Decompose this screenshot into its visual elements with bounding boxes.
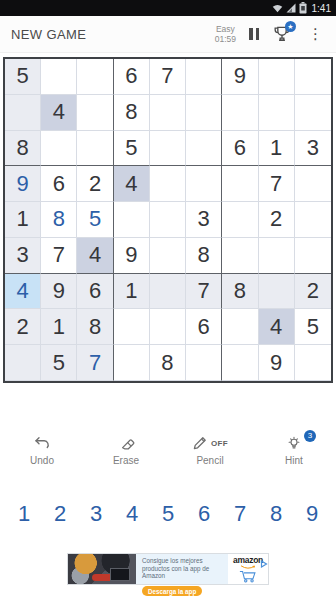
- cell-r4c4[interactable]: 4: [114, 166, 150, 202]
- cell-r4c8[interactable]: 7: [259, 166, 295, 202]
- cell-r6c9[interactable]: [295, 238, 331, 274]
- numpad-3[interactable]: 3: [78, 494, 114, 534]
- cell-r2c6[interactable]: [186, 95, 222, 131]
- cell-r9c9[interactable]: [295, 345, 331, 381]
- hint-badge: 3: [304, 430, 316, 442]
- cell-r8c2[interactable]: 1: [41, 309, 77, 345]
- cell-r6c3[interactable]: 4: [77, 238, 113, 274]
- adchoices-icon[interactable]: [260, 554, 268, 572]
- cell-r8c3[interactable]: 8: [77, 309, 113, 345]
- cell-r2c2[interactable]: 4: [41, 95, 77, 131]
- pencil-button[interactable]: OFF Pencil: [168, 427, 252, 473]
- numpad-9[interactable]: 9: [294, 494, 330, 534]
- hint-button[interactable]: 3 Hint: [252, 427, 336, 473]
- ad-collage-image: [68, 554, 136, 584]
- cell-r7c7[interactable]: 8: [222, 274, 258, 310]
- cell-r1c7[interactable]: 9: [222, 59, 258, 95]
- cell-r9c1[interactable]: [5, 345, 41, 381]
- trophy-button[interactable]: ★: [272, 24, 293, 44]
- numpad-4[interactable]: 4: [114, 494, 150, 534]
- cell-r8c4[interactable]: [114, 309, 150, 345]
- cell-r4c1[interactable]: 9: [5, 166, 41, 202]
- eraser-icon: [118, 435, 135, 451]
- cell-r5c9[interactable]: [295, 202, 331, 238]
- cell-r5c6[interactable]: 3: [186, 202, 222, 238]
- numpad-5[interactable]: 5: [150, 494, 186, 534]
- cell-r2c5[interactable]: [150, 95, 186, 131]
- cell-r9c4[interactable]: [114, 345, 150, 381]
- cell-r3c3[interactable]: [77, 131, 113, 167]
- ad-cta-button[interactable]: Descarga la app: [142, 586, 202, 596]
- erase-button[interactable]: Erase: [84, 427, 168, 473]
- cell-r3c6[interactable]: [186, 131, 222, 167]
- cell-r3c7[interactable]: 6: [222, 131, 258, 167]
- cell-r4c3[interactable]: 2: [77, 166, 113, 202]
- amazon-smile-icon: [240, 565, 256, 569]
- cell-r3c5[interactable]: [150, 131, 186, 167]
- app-bar: NEW GAME Easy 01:59 ★: [0, 16, 336, 53]
- cell-r2c1[interactable]: [5, 95, 41, 131]
- cell-r6c2[interactable]: 7: [41, 238, 77, 274]
- cell-r8c1[interactable]: 2: [5, 309, 41, 345]
- cell-r2c3[interactable]: [77, 95, 113, 131]
- toolbar: Undo Erase OFF: [0, 427, 336, 473]
- cell-r3c8[interactable]: 1: [259, 131, 295, 167]
- cell-r9c2[interactable]: 5: [41, 345, 77, 381]
- cell-r1c3[interactable]: [77, 59, 113, 95]
- cart-icon: [239, 570, 257, 583]
- undo-icon: [33, 435, 51, 451]
- cell-r3c1[interactable]: 8: [5, 131, 41, 167]
- amazon-logo: amazon: [233, 556, 263, 564]
- cell-r6c4[interactable]: 9: [114, 238, 150, 274]
- cell-r6c5[interactable]: [150, 238, 186, 274]
- cell-r5c5[interactable]: [150, 202, 186, 238]
- cell-r1c1[interactable]: 5: [5, 59, 41, 95]
- cell-r5c2[interactable]: 8: [41, 202, 77, 238]
- sudoku-app-screen: 1:41 NEW GAME Easy 01:59: [0, 0, 336, 600]
- cell-r1c2[interactable]: [41, 59, 77, 95]
- cell-r7c6[interactable]: 7: [186, 274, 222, 310]
- difficulty-timer: Easy 01:59: [215, 24, 236, 44]
- signal-icon: [286, 3, 296, 13]
- status-bar: 1:41: [0, 0, 336, 16]
- cell-r5c8[interactable]: 2: [259, 202, 295, 238]
- cell-r4c6[interactable]: [186, 166, 222, 202]
- undo-button[interactable]: Undo: [0, 427, 84, 473]
- cell-r8c5[interactable]: [150, 309, 186, 345]
- pencil-state: OFF: [211, 439, 228, 448]
- cell-r7c5[interactable]: [150, 274, 186, 310]
- cell-r7c3[interactable]: 6: [77, 274, 113, 310]
- cell-r9c8[interactable]: 9: [259, 345, 295, 381]
- cell-r8c9[interactable]: 5: [295, 309, 331, 345]
- overflow-menu-button[interactable]: ⋮: [306, 26, 325, 42]
- ad-brand-panel: amazon: [228, 554, 268, 584]
- cell-r9c7[interactable]: [222, 345, 258, 381]
- cell-r6c6[interactable]: 8: [186, 238, 222, 274]
- cell-r7c1[interactable]: 4: [5, 274, 41, 310]
- battery-icon: [299, 2, 307, 14]
- cell-r3c9[interactable]: 3: [295, 131, 331, 167]
- ad-banner[interactable]: Consigue los mejores productos con la ap…: [67, 553, 269, 585]
- ad-body: Consigue los mejores productos con la ap…: [136, 554, 228, 584]
- cell-r2c7[interactable]: [222, 95, 258, 131]
- ad-headline: Consigue los mejores productos con la ap…: [142, 557, 224, 580]
- wifi-icon: [272, 3, 283, 13]
- cell-r4c2[interactable]: 6: [41, 166, 77, 202]
- undo-label: Undo: [30, 455, 54, 466]
- cell-r5c3[interactable]: 5: [77, 202, 113, 238]
- cell-r1c6[interactable]: [186, 59, 222, 95]
- status-time: 1:41: [312, 3, 331, 14]
- cell-r3c4[interactable]: 5: [114, 131, 150, 167]
- pause-button[interactable]: [249, 28, 259, 40]
- numpad-2[interactable]: 2: [42, 494, 78, 534]
- cell-r4c9[interactable]: [295, 166, 331, 202]
- numpad-6[interactable]: 6: [186, 494, 222, 534]
- cell-r6c7[interactable]: [222, 238, 258, 274]
- cell-r5c7[interactable]: [222, 202, 258, 238]
- cell-r2c8[interactable]: [259, 95, 295, 131]
- trophy-badge: ★: [285, 21, 296, 32]
- number-pad: 123456789: [6, 494, 330, 534]
- numpad-8[interactable]: 8: [258, 494, 294, 534]
- game-timer: 01:59: [215, 34, 236, 44]
- cell-r7c2[interactable]: 9: [41, 274, 77, 310]
- cell-r9c6[interactable]: [186, 345, 222, 381]
- cell-r1c5[interactable]: 7: [150, 59, 186, 95]
- cell-r7c9[interactable]: 2: [295, 274, 331, 310]
- lightbulb-icon: [285, 434, 303, 452]
- cell-r4c7[interactable]: [222, 166, 258, 202]
- page-title: NEW GAME: [11, 27, 215, 42]
- cell-r5c4[interactable]: [114, 202, 150, 238]
- hint-label: Hint: [285, 455, 303, 466]
- cell-r1c8[interactable]: [259, 59, 295, 95]
- cell-r9c5[interactable]: 8: [150, 345, 186, 381]
- cell-r7c8[interactable]: [259, 274, 295, 310]
- cell-r2c4[interactable]: 8: [114, 95, 150, 131]
- cell-r7c4[interactable]: 1: [114, 274, 150, 310]
- pencil-icon: [192, 435, 208, 451]
- numpad-7[interactable]: 7: [222, 494, 258, 534]
- cell-r8c6[interactable]: 6: [186, 309, 222, 345]
- cell-r6c8[interactable]: [259, 238, 295, 274]
- pencil-label: Pencil: [196, 455, 223, 466]
- cell-r9c3[interactable]: 7: [77, 345, 113, 381]
- sudoku-board: 5679488561396247185323749849617822186455…: [3, 57, 333, 383]
- cell-r3c2[interactable]: [41, 131, 77, 167]
- cell-r6c1[interactable]: 3: [5, 238, 41, 274]
- cell-r4c5[interactable]: [150, 166, 186, 202]
- difficulty-label: Easy: [215, 24, 236, 34]
- cell-r1c4[interactable]: 6: [114, 59, 150, 95]
- numpad-1[interactable]: 1: [6, 494, 42, 534]
- cell-r2c9[interactable]: [295, 95, 331, 131]
- cell-r5c1[interactable]: 1: [5, 202, 41, 238]
- cell-r1c9[interactable]: [295, 59, 331, 95]
- cell-r8c7[interactable]: [222, 309, 258, 345]
- erase-label: Erase: [113, 455, 139, 466]
- cell-r8c8[interactable]: 4: [259, 309, 295, 345]
